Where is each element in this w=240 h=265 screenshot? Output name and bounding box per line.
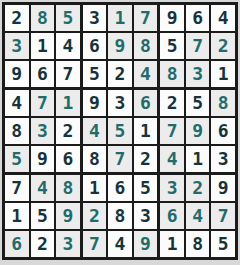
cell-r6c5[interactable]: 7 xyxy=(108,146,132,172)
cell-r4c5[interactable]: 3 xyxy=(108,90,132,116)
cell-r4c2[interactable]: 7 xyxy=(31,90,55,116)
cell-r7c8[interactable]: 2 xyxy=(186,175,210,201)
sudoku-page: 2853149673176985249645728314718325969364… xyxy=(0,0,240,265)
cell-r3c2[interactable]: 6 xyxy=(31,61,55,87)
cell-r3c8[interactable]: 3 xyxy=(186,61,210,87)
cell-r9c6[interactable]: 9 xyxy=(134,231,158,257)
cell-r8c8[interactable]: 4 xyxy=(186,203,210,229)
cell-r4c3[interactable]: 1 xyxy=(56,90,80,116)
cell-r8c6[interactable]: 3 xyxy=(134,203,158,229)
cell-r1c7[interactable]: 9 xyxy=(160,5,184,31)
cell-r4c9[interactable]: 8 xyxy=(211,90,235,116)
box-1-1: 285314967 xyxy=(5,5,80,87)
box-3-1: 748159623 xyxy=(5,175,80,257)
cell-r1c2[interactable]: 8 xyxy=(31,5,55,31)
cell-r2c1[interactable]: 3 xyxy=(5,33,29,59)
cell-r7c3[interactable]: 8 xyxy=(56,175,80,201)
cell-r2c9[interactable]: 2 xyxy=(211,33,235,59)
cell-r6c2[interactable]: 9 xyxy=(31,146,55,172)
box-3-2: 165283749 xyxy=(83,175,158,257)
cell-r3c9[interactable]: 1 xyxy=(211,61,235,87)
cell-r6c7[interactable]: 4 xyxy=(160,146,184,172)
cell-r8c3[interactable]: 9 xyxy=(56,203,80,229)
cell-r7c4[interactable]: 1 xyxy=(83,175,107,201)
cell-r5c1[interactable]: 8 xyxy=(5,118,29,144)
cell-r1c6[interactable]: 7 xyxy=(134,5,158,31)
cell-r6c6[interactable]: 2 xyxy=(134,146,158,172)
cell-r2c8[interactable]: 7 xyxy=(186,33,210,59)
cell-r9c4[interactable]: 7 xyxy=(83,231,107,257)
cell-r2c3[interactable]: 4 xyxy=(56,33,80,59)
cell-r1c1[interactable]: 2 xyxy=(5,5,29,31)
cell-r5c5[interactable]: 5 xyxy=(108,118,132,144)
cell-r1c3[interactable]: 5 xyxy=(56,5,80,31)
cell-r5c2[interactable]: 3 xyxy=(31,118,55,144)
cell-r7c2[interactable]: 4 xyxy=(31,175,55,201)
box-1-3: 964572831 xyxy=(160,5,235,87)
cell-r7c7[interactable]: 3 xyxy=(160,175,184,201)
cell-r7c6[interactable]: 5 xyxy=(134,175,158,201)
cell-r6c8[interactable]: 1 xyxy=(186,146,210,172)
cell-r2c4[interactable]: 6 xyxy=(83,33,107,59)
cell-r7c1[interactable]: 7 xyxy=(5,175,29,201)
cell-r8c4[interactable]: 2 xyxy=(83,203,107,229)
cell-r3c3[interactable]: 7 xyxy=(56,61,80,87)
cell-r5c4[interactable]: 4 xyxy=(83,118,107,144)
cell-r2c5[interactable]: 9 xyxy=(108,33,132,59)
box-3-3: 329647185 xyxy=(160,175,235,257)
cell-r4c1[interactable]: 4 xyxy=(5,90,29,116)
cell-r5c6[interactable]: 1 xyxy=(134,118,158,144)
cell-r3c1[interactable]: 9 xyxy=(5,61,29,87)
cell-r6c4[interactable]: 8 xyxy=(83,146,107,172)
cell-r8c7[interactable]: 6 xyxy=(160,203,184,229)
cell-r5c7[interactable]: 7 xyxy=(160,118,184,144)
cell-r9c5[interactable]: 4 xyxy=(108,231,132,257)
cell-r3c5[interactable]: 2 xyxy=(108,61,132,87)
box-1-2: 317698524 xyxy=(83,5,158,87)
cell-r3c6[interactable]: 4 xyxy=(134,61,158,87)
cell-r9c1[interactable]: 6 xyxy=(5,231,29,257)
cell-r1c8[interactable]: 6 xyxy=(186,5,210,31)
cell-r3c4[interactable]: 5 xyxy=(83,61,107,87)
cell-r2c2[interactable]: 1 xyxy=(31,33,55,59)
cell-r8c5[interactable]: 8 xyxy=(108,203,132,229)
cell-r9c7[interactable]: 1 xyxy=(160,231,184,257)
cell-r4c8[interactable]: 5 xyxy=(186,90,210,116)
cell-r9c9[interactable]: 5 xyxy=(211,231,235,257)
cell-r7c9[interactable]: 9 xyxy=(211,175,235,201)
cell-r4c6[interactable]: 6 xyxy=(134,90,158,116)
cell-r1c4[interactable]: 3 xyxy=(83,5,107,31)
cell-r1c5[interactable]: 1 xyxy=(108,5,132,31)
cell-r7c5[interactable]: 6 xyxy=(108,175,132,201)
cell-r5c9[interactable]: 6 xyxy=(211,118,235,144)
box-2-3: 258796413 xyxy=(160,90,235,172)
cell-r8c2[interactable]: 5 xyxy=(31,203,55,229)
cell-r9c2[interactable]: 2 xyxy=(31,231,55,257)
cell-r9c3[interactable]: 3 xyxy=(56,231,80,257)
cell-r6c9[interactable]: 3 xyxy=(211,146,235,172)
cell-r5c3[interactable]: 2 xyxy=(56,118,80,144)
cell-r8c1[interactable]: 1 xyxy=(5,203,29,229)
cell-r4c4[interactable]: 9 xyxy=(83,90,107,116)
cell-r5c8[interactable]: 9 xyxy=(186,118,210,144)
cell-r6c3[interactable]: 6 xyxy=(56,146,80,172)
cell-r9c8[interactable]: 8 xyxy=(186,231,210,257)
cell-r6c1[interactable]: 5 xyxy=(5,146,29,172)
cell-r4c7[interactable]: 2 xyxy=(160,90,184,116)
cell-r2c7[interactable]: 5 xyxy=(160,33,184,59)
cell-r2c6[interactable]: 8 xyxy=(134,33,158,59)
cell-r3c7[interactable]: 8 xyxy=(160,61,184,87)
sudoku-board: 2853149673176985249645728314718325969364… xyxy=(2,2,238,260)
box-2-1: 471832596 xyxy=(5,90,80,172)
cell-r1c9[interactable]: 4 xyxy=(211,5,235,31)
box-2-2: 936451872 xyxy=(83,90,158,172)
cell-r8c9[interactable]: 7 xyxy=(211,203,235,229)
